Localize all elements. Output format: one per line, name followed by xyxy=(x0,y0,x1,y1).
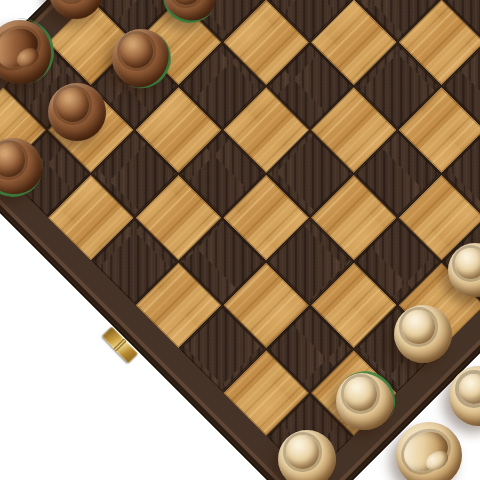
piece-head xyxy=(455,248,480,279)
piece-head xyxy=(402,310,436,344)
piece-head xyxy=(56,88,90,122)
chess-set-product-photo xyxy=(0,0,480,480)
piece-black-pawn-c7 xyxy=(112,29,170,87)
piece-black-knight-b8 xyxy=(0,20,52,84)
chessboard xyxy=(0,0,480,480)
piece-white-pawn-b2 xyxy=(336,372,394,430)
piece-white-knight-b1 xyxy=(396,422,462,480)
piece-white-pawn-a2 xyxy=(278,430,336,480)
board-squares xyxy=(0,0,480,479)
piece-black-pawn-b7 xyxy=(48,83,106,141)
piece-white-pawn-c2 xyxy=(394,305,452,363)
hinge-pin-icon xyxy=(113,338,127,351)
piece-head xyxy=(286,435,320,469)
